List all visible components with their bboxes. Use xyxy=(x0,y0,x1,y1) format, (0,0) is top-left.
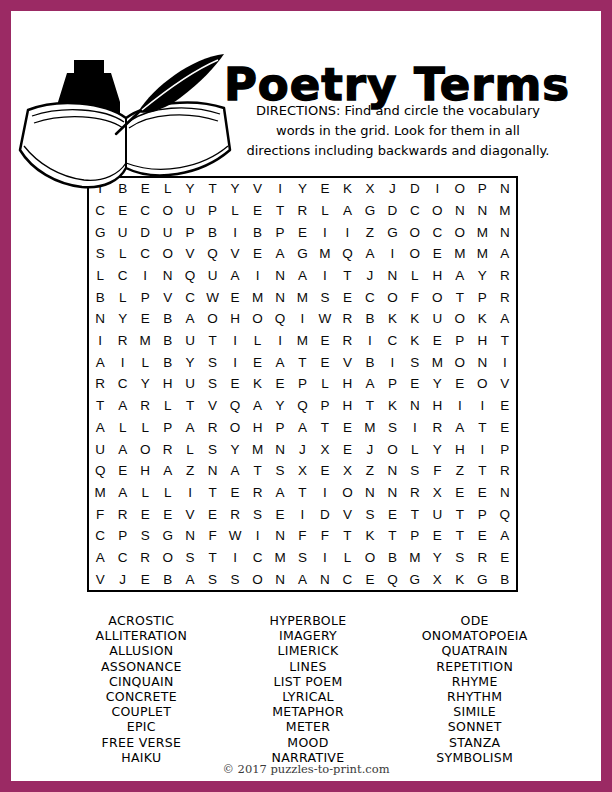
grid-cell: I xyxy=(404,417,426,439)
grid-cell: P xyxy=(201,200,223,222)
grid-cell: A xyxy=(89,547,111,569)
grid-cell: V xyxy=(179,503,201,525)
grid-cell: O xyxy=(404,243,426,265)
grid-cell: P xyxy=(404,525,426,547)
grid-cell: T xyxy=(201,547,223,569)
grid-cell: O xyxy=(134,438,156,460)
grid-cell: H xyxy=(156,373,178,395)
grid-cell: G xyxy=(89,221,111,243)
grid-cell: P xyxy=(381,373,403,395)
grid-cell: O xyxy=(246,568,268,590)
grid-cell: J xyxy=(291,438,313,460)
grid-cell: R xyxy=(494,265,516,287)
grid-cell: N xyxy=(156,265,178,287)
word-list-item: ONOMATOPOEIA xyxy=(391,628,558,643)
word-search-grid: TBELYTYVIYEKXJDIOPNCECOUPLETRLAGDCONNMGU… xyxy=(87,176,518,592)
grid-cell: L xyxy=(404,438,426,460)
grid-cell: A xyxy=(336,200,358,222)
grid-cell: E xyxy=(336,417,358,439)
grid-cell: F xyxy=(201,525,223,547)
grid-cell: N xyxy=(381,265,403,287)
grid-cell: V xyxy=(336,351,358,373)
grid-cell: O xyxy=(246,308,268,330)
word-list-item: REPETITION xyxy=(391,659,558,674)
grid-cell: Q xyxy=(179,265,201,287)
word-list-item: IMAGERY xyxy=(225,628,392,643)
grid-cell: T xyxy=(404,503,426,525)
grid-cell: M xyxy=(89,482,111,504)
grid-cell: L xyxy=(179,438,201,460)
grid-cell: T xyxy=(381,525,403,547)
grid-cell: M xyxy=(269,547,291,569)
grid-cell: T xyxy=(449,503,471,525)
word-list-item: COUPLET xyxy=(58,704,225,719)
grid-cell: I xyxy=(89,330,111,352)
grid-cell: O xyxy=(381,286,403,308)
grid-cell: N xyxy=(269,568,291,590)
grid-cell: K xyxy=(359,525,381,547)
grid-cell: G xyxy=(291,243,313,265)
grid-cell: B xyxy=(156,568,178,590)
grid-cell: S xyxy=(269,460,291,482)
grid-cell: E xyxy=(404,373,426,395)
grid-cell: C xyxy=(89,200,111,222)
grid-cell: A xyxy=(291,265,313,287)
grid-cell: E xyxy=(269,503,291,525)
grid-cell: E xyxy=(449,373,471,395)
grid-cell: L xyxy=(134,482,156,504)
word-list-item: RHYTHM xyxy=(391,689,558,704)
grid-cell: O xyxy=(156,243,178,265)
grid-cell: I xyxy=(314,221,336,243)
grid-cell: R xyxy=(494,460,516,482)
grid-cell: H xyxy=(426,395,448,417)
book-quill-illustration xyxy=(14,50,239,200)
grid-cell: V xyxy=(224,243,246,265)
word-list-item: SIMILE xyxy=(391,704,558,719)
grid-cell: A xyxy=(111,482,133,504)
grid-cell: B xyxy=(156,351,178,373)
grid-cell: I xyxy=(381,351,403,373)
word-list-item: CONCRETE xyxy=(58,689,225,704)
grid-cell: E xyxy=(134,503,156,525)
grid-cell: H xyxy=(246,417,268,439)
grid-cell: F xyxy=(89,503,111,525)
grid-cell: X xyxy=(426,568,448,590)
grid-cell: K xyxy=(404,330,426,352)
grid-cell: A xyxy=(269,482,291,504)
grid-cell: U xyxy=(201,265,223,287)
grid-cell: X xyxy=(426,482,448,504)
grid-cell: M xyxy=(494,200,516,222)
grid-cell: I xyxy=(134,265,156,287)
grid-cell: B xyxy=(359,308,381,330)
grid-cell: P xyxy=(134,286,156,308)
grid-cell: L xyxy=(336,547,358,569)
grid-cell: Y xyxy=(134,373,156,395)
grid-cell: B xyxy=(359,351,381,373)
grid-cell: P xyxy=(449,330,471,352)
grid-cell: P xyxy=(471,178,493,200)
grid-cell: P xyxy=(269,417,291,439)
grid-cell: I xyxy=(336,221,358,243)
grid-cell: A xyxy=(111,395,133,417)
grid-cell: O xyxy=(224,417,246,439)
grid-cell: R xyxy=(336,330,358,352)
grid-cell: I xyxy=(246,265,268,287)
grid-cell: U xyxy=(426,308,448,330)
grid-cell: E xyxy=(246,243,268,265)
grid-cell: E xyxy=(494,417,516,439)
grid-cell: S xyxy=(201,351,223,373)
grid-cell: L xyxy=(404,265,426,287)
grid-cell: E xyxy=(269,373,291,395)
grid-cell: X xyxy=(314,438,336,460)
grid-cell: Y xyxy=(471,265,493,287)
grid-cell: P xyxy=(471,503,493,525)
grid-cell: R xyxy=(494,286,516,308)
grid-cell: C xyxy=(404,200,426,222)
grid-cell: P xyxy=(269,221,291,243)
grid-cell: R xyxy=(336,308,358,330)
grid-cell: C xyxy=(381,330,403,352)
word-list-item: ALLITERATION xyxy=(58,628,225,643)
grid-cell: L xyxy=(134,351,156,373)
grid-cell: V xyxy=(156,286,178,308)
grid-cell: N xyxy=(269,438,291,460)
word-list-item: HYPERBOLE xyxy=(225,613,392,628)
grid-cell: A xyxy=(291,568,313,590)
grid-cell: C xyxy=(111,373,133,395)
grid-cell: B xyxy=(201,221,223,243)
word-list-item: ALLUSION xyxy=(58,643,225,658)
grid-cell: A xyxy=(449,265,471,287)
grid-cell: T xyxy=(269,200,291,222)
grid-cell: M xyxy=(246,438,268,460)
grid-cell: I xyxy=(224,221,246,243)
grid-cell: A xyxy=(179,417,201,439)
grid-cell: O xyxy=(381,438,403,460)
word-list-item: LYRICAL xyxy=(225,689,392,704)
grid-cell: A xyxy=(449,417,471,439)
grid-cell: I xyxy=(246,525,268,547)
grid-cell: H xyxy=(426,265,448,287)
grid-cell: N xyxy=(314,568,336,590)
grid-cell: Q xyxy=(291,395,313,417)
word-list-item: ACROSTIC xyxy=(58,613,225,628)
grid-cell: A xyxy=(89,351,111,373)
grid-cell: M xyxy=(426,351,448,373)
grid-cell: N xyxy=(381,482,403,504)
word-list-item: LIMERICK xyxy=(225,643,392,658)
grid-cell: V xyxy=(336,503,358,525)
word-list-item: METAPHOR xyxy=(225,704,392,719)
grid-cell: T xyxy=(494,330,516,352)
grid-cell: L xyxy=(156,395,178,417)
grid-cell: A xyxy=(359,243,381,265)
grid-cell: K xyxy=(404,308,426,330)
grid-cell: B xyxy=(381,547,403,569)
grid-cell: E xyxy=(156,503,178,525)
grid-cell: L xyxy=(89,265,111,287)
grid-cell: C xyxy=(89,525,111,547)
grid-cell: U xyxy=(426,503,448,525)
grid-cell: T xyxy=(314,417,336,439)
grid-cell: I xyxy=(471,438,493,460)
grid-cell: Z xyxy=(179,460,201,482)
grid-cell: D xyxy=(134,221,156,243)
grid-cell: E xyxy=(471,482,493,504)
grid-cell: F xyxy=(291,525,313,547)
grid-cell: I xyxy=(111,351,133,373)
grid-cell: I xyxy=(291,308,313,330)
grid-cell: L xyxy=(134,417,156,439)
grid-cell: U xyxy=(111,221,133,243)
grid-cell: A xyxy=(494,243,516,265)
grid-cell: N xyxy=(494,178,516,200)
grid-cell: T xyxy=(449,525,471,547)
grid-cell: P xyxy=(471,286,493,308)
grid-cell: I xyxy=(494,351,516,373)
word-list-item: QUATRAIN xyxy=(391,643,558,658)
grid-cell: G xyxy=(359,200,381,222)
grid-cell: H xyxy=(224,308,246,330)
grid-cell: U xyxy=(179,200,201,222)
grid-cell: E xyxy=(246,200,268,222)
grid-cell: I xyxy=(314,547,336,569)
grid-cell: M xyxy=(359,417,381,439)
grid-cell: N xyxy=(404,395,426,417)
grid-cell: Q xyxy=(494,503,516,525)
grid-cell: P xyxy=(179,221,201,243)
grid-cell: S xyxy=(201,373,223,395)
grid-cell: C xyxy=(179,286,201,308)
grid-cell: P xyxy=(291,373,313,395)
grid-cell: I xyxy=(224,351,246,373)
grid-cell: T xyxy=(359,395,381,417)
grid-cell: Q xyxy=(89,460,111,482)
grid-cell: S xyxy=(404,351,426,373)
grid-cell: N xyxy=(494,482,516,504)
grid-cell: O xyxy=(449,178,471,200)
grid-cell: L xyxy=(156,482,178,504)
grid-cell: I xyxy=(291,503,313,525)
grid-cell: C xyxy=(336,568,358,590)
grid-cell: K xyxy=(246,373,268,395)
grid-cell: K xyxy=(449,568,471,590)
grid-cell: K xyxy=(381,308,403,330)
grid-cell: M xyxy=(449,243,471,265)
grid-cell: D xyxy=(314,503,336,525)
grid-cell: H xyxy=(336,373,358,395)
grid-cell: A xyxy=(494,308,516,330)
word-list-item: RHYME xyxy=(391,674,558,689)
grid-cell: T xyxy=(246,460,268,482)
grid-cell: F xyxy=(314,525,336,547)
grid-cell: W xyxy=(224,525,246,547)
grid-cell: I xyxy=(314,482,336,504)
grid-cell: E xyxy=(336,438,358,460)
grid-cell: S xyxy=(246,503,268,525)
grid-cell: A xyxy=(179,308,201,330)
word-list-item: METER xyxy=(225,719,392,734)
grid-cell: Y xyxy=(179,351,201,373)
grid-cell: A xyxy=(269,243,291,265)
grid-cell: B xyxy=(246,221,268,243)
grid-cell: S xyxy=(134,525,156,547)
grid-cell: A xyxy=(359,373,381,395)
grid-cell: E xyxy=(134,308,156,330)
grid-cell: L xyxy=(111,417,133,439)
grid-cell: Y xyxy=(269,395,291,417)
grid-cell: N xyxy=(269,525,291,547)
grid-cell: N xyxy=(179,525,201,547)
grid-cell: M xyxy=(404,547,426,569)
grid-cell: R xyxy=(134,395,156,417)
grid-cell: T xyxy=(179,395,201,417)
grid-cell: R xyxy=(291,200,313,222)
grid-cell: I xyxy=(359,330,381,352)
grid-cell: E xyxy=(449,482,471,504)
grid-cell: A xyxy=(494,525,516,547)
word-list-item: ODE xyxy=(391,613,558,628)
grid-cell: Q xyxy=(381,568,403,590)
grid-cell: O xyxy=(449,351,471,373)
grid-cell: Q xyxy=(224,395,246,417)
grid-cell: S xyxy=(201,568,223,590)
grid-cell: R xyxy=(134,547,156,569)
grid-cell: K xyxy=(381,395,403,417)
grid-cell: N xyxy=(359,482,381,504)
grid-cell: E xyxy=(134,568,156,590)
grid-cell: Y xyxy=(426,438,448,460)
grid-cell: K xyxy=(336,178,358,200)
grid-cell: R xyxy=(156,438,178,460)
grid-cell: E xyxy=(291,221,313,243)
grid-cell: E xyxy=(314,460,336,482)
grid-cell: P xyxy=(494,438,516,460)
grid-cell: C xyxy=(246,547,268,569)
grid-cell: O xyxy=(449,221,471,243)
grid-cell: B xyxy=(89,286,111,308)
grid-cell: E xyxy=(111,200,133,222)
grid-cell: S xyxy=(359,503,381,525)
grid-cell: Y xyxy=(224,438,246,460)
grid-cell: H xyxy=(134,460,156,482)
grid-cell: L xyxy=(111,286,133,308)
grid-cell: B xyxy=(494,568,516,590)
grid-cell: I xyxy=(314,265,336,287)
grid-cell: U xyxy=(156,221,178,243)
grid-cell: C xyxy=(111,265,133,287)
grid-cell: O xyxy=(426,286,448,308)
grid-cell: G xyxy=(156,525,178,547)
grid-cell: E xyxy=(494,547,516,569)
grid-cell: J xyxy=(359,438,381,460)
grid-cell: O xyxy=(156,200,178,222)
grid-cell: I xyxy=(179,482,201,504)
grid-cell: F xyxy=(404,286,426,308)
word-list-item: STANZA xyxy=(391,735,558,750)
grid-cell: E xyxy=(471,525,493,547)
grid-cell: Z xyxy=(359,460,381,482)
grid-cell: S xyxy=(224,568,246,590)
grid-cell: O xyxy=(359,547,381,569)
grid-cell: I xyxy=(269,178,291,200)
word-list-item: FREE VERSE xyxy=(58,735,225,750)
grid-cell: A xyxy=(156,460,178,482)
grid-cell: T xyxy=(336,525,358,547)
grid-cell: A xyxy=(224,460,246,482)
grid-cell: R xyxy=(246,482,268,504)
grid-cell: T xyxy=(291,482,313,504)
grid-cell: R xyxy=(89,373,111,395)
grid-cell: T xyxy=(336,265,358,287)
grid-cell: M xyxy=(471,243,493,265)
grid-cell: T xyxy=(471,460,493,482)
grid-cell: O xyxy=(404,221,426,243)
grid-cell: R xyxy=(224,503,246,525)
word-list-column-3: ODEONOMATOPOEIAQUATRAINREPETITIONRHYMERH… xyxy=(391,613,558,765)
grid-cell: Y xyxy=(426,373,448,395)
grid-cell: D xyxy=(404,178,426,200)
word-list-item: ASSONANCE xyxy=(58,659,225,674)
grid-cell: E xyxy=(426,243,448,265)
grid-cell: E xyxy=(224,482,246,504)
grid-cell: Z xyxy=(449,460,471,482)
grid-cell: V xyxy=(89,568,111,590)
grid-cell: E xyxy=(201,503,223,525)
grid-cell: G xyxy=(471,568,493,590)
grid-cell: N xyxy=(381,460,403,482)
grid-cell: S xyxy=(449,547,471,569)
grid-cell: O xyxy=(471,373,493,395)
grid-cell: O xyxy=(201,308,223,330)
grid-cell: U xyxy=(179,330,201,352)
grid-cell: V xyxy=(494,373,516,395)
grid-cell: H xyxy=(449,438,471,460)
grid-cell: I xyxy=(224,330,246,352)
grid-cell: C xyxy=(134,243,156,265)
grid-cell: I xyxy=(426,178,448,200)
grid-cell: T xyxy=(471,417,493,439)
grid-cell: S xyxy=(179,547,201,569)
grid-cell: K xyxy=(471,308,493,330)
grid-cell: R xyxy=(471,547,493,569)
grid-cell: M xyxy=(134,330,156,352)
grid-cell: W xyxy=(201,286,223,308)
word-list: ACROSTICALLITERATIONALLUSIONASSONANCECIN… xyxy=(58,613,558,765)
grid-cell: O xyxy=(426,200,448,222)
grid-cell: N xyxy=(201,460,223,482)
grid-cell: M xyxy=(291,330,313,352)
grid-cell: J xyxy=(359,265,381,287)
grid-cell: R xyxy=(426,417,448,439)
grid-cell: W xyxy=(314,308,336,330)
open-book-icon xyxy=(20,103,230,188)
grid-cell: T xyxy=(449,286,471,308)
grid-cell: I xyxy=(449,395,471,417)
grid-cell: E xyxy=(246,351,268,373)
grid-cell: S xyxy=(291,547,313,569)
grid-cell: Q xyxy=(336,243,358,265)
grid-cell: N xyxy=(494,221,516,243)
grid-cell: N xyxy=(471,200,493,222)
word-list-item: SONNET xyxy=(391,719,558,734)
grid-cell: G xyxy=(404,568,426,590)
grid-cell: L xyxy=(111,243,133,265)
grid-cell: C xyxy=(426,221,448,243)
